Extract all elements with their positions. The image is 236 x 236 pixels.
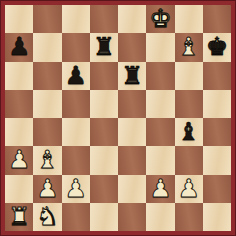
square-e2[interactable] (118, 175, 146, 203)
square-c8[interactable] (62, 5, 90, 33)
square-d4[interactable] (90, 118, 118, 146)
square-d5[interactable] (90, 90, 118, 118)
square-c3[interactable] (62, 146, 90, 174)
square-b7[interactable] (33, 33, 61, 61)
piece-white-pawn[interactable]: ♟ (36, 175, 58, 203)
square-a4[interactable] (5, 118, 33, 146)
piece-black-rook[interactable]: ♜ (93, 33, 115, 61)
piece-white-bishop[interactable]: ♝ (177, 33, 199, 61)
piece-white-pawn[interactable]: ♟ (64, 175, 86, 203)
square-g1[interactable] (175, 203, 203, 231)
square-f5[interactable] (146, 90, 174, 118)
square-e7[interactable] (118, 33, 146, 61)
piece-white-pawn[interactable]: ♟ (177, 175, 199, 203)
square-d7[interactable]: ♜ (90, 33, 118, 61)
square-c1[interactable] (62, 203, 90, 231)
square-a6[interactable] (5, 62, 33, 90)
chess-board: ♚♟♜♝♚♟♜♝♟♝♟♟♟♟♜♞ (5, 5, 231, 231)
square-f3[interactable] (146, 146, 174, 174)
piece-black-bishop[interactable]: ♝ (177, 118, 199, 146)
square-g2[interactable]: ♟ (175, 175, 203, 203)
square-b3[interactable]: ♝ (33, 146, 61, 174)
piece-white-pawn[interactable]: ♟ (8, 146, 30, 174)
square-c4[interactable] (62, 118, 90, 146)
square-h4[interactable] (203, 118, 231, 146)
square-d2[interactable] (90, 175, 118, 203)
piece-white-knight[interactable]: ♞ (36, 203, 58, 231)
square-c2[interactable]: ♟ (62, 175, 90, 203)
square-b6[interactable] (33, 62, 61, 90)
piece-white-rook[interactable]: ♜ (8, 203, 30, 231)
square-e5[interactable] (118, 90, 146, 118)
square-a1[interactable]: ♜ (5, 203, 33, 231)
square-f2[interactable]: ♟ (146, 175, 174, 203)
square-d8[interactable] (90, 5, 118, 33)
square-a3[interactable]: ♟ (5, 146, 33, 174)
square-h1[interactable] (203, 203, 231, 231)
piece-white-king[interactable]: ♚ (149, 5, 171, 33)
square-g6[interactable] (175, 62, 203, 90)
square-f4[interactable] (146, 118, 174, 146)
square-h2[interactable] (203, 175, 231, 203)
piece-black-pawn[interactable]: ♟ (64, 62, 86, 90)
square-h3[interactable] (203, 146, 231, 174)
square-a5[interactable] (5, 90, 33, 118)
square-c5[interactable] (62, 90, 90, 118)
square-h5[interactable] (203, 90, 231, 118)
piece-white-pawn[interactable]: ♟ (149, 175, 171, 203)
square-h8[interactable] (203, 5, 231, 33)
square-e4[interactable] (118, 118, 146, 146)
square-h6[interactable] (203, 62, 231, 90)
square-b8[interactable] (33, 5, 61, 33)
square-e3[interactable] (118, 146, 146, 174)
square-g8[interactable] (175, 5, 203, 33)
chess-board-frame: ♚♟♜♝♚♟♜♝♟♝♟♟♟♟♜♞ (0, 0, 236, 236)
square-g4[interactable]: ♝ (175, 118, 203, 146)
square-g5[interactable] (175, 90, 203, 118)
square-c6[interactable]: ♟ (62, 62, 90, 90)
square-e6[interactable]: ♜ (118, 62, 146, 90)
square-d1[interactable] (90, 203, 118, 231)
square-g3[interactable] (175, 146, 203, 174)
square-b2[interactable]: ♟ (33, 175, 61, 203)
square-e8[interactable] (118, 5, 146, 33)
square-f6[interactable] (146, 62, 174, 90)
piece-white-bishop[interactable]: ♝ (36, 146, 58, 174)
square-e1[interactable] (118, 203, 146, 231)
square-b5[interactable] (33, 90, 61, 118)
piece-black-king[interactable]: ♚ (206, 33, 228, 61)
square-h7[interactable]: ♚ (203, 33, 231, 61)
piece-black-rook[interactable]: ♜ (121, 62, 143, 90)
piece-black-pawn[interactable]: ♟ (8, 33, 30, 61)
square-b4[interactable] (33, 118, 61, 146)
square-f8[interactable]: ♚ (146, 5, 174, 33)
square-c7[interactable] (62, 33, 90, 61)
square-b1[interactable]: ♞ (33, 203, 61, 231)
square-f7[interactable] (146, 33, 174, 61)
square-d6[interactable] (90, 62, 118, 90)
square-a8[interactable] (5, 5, 33, 33)
square-g7[interactable]: ♝ (175, 33, 203, 61)
square-f1[interactable] (146, 203, 174, 231)
square-a7[interactable]: ♟ (5, 33, 33, 61)
square-d3[interactable] (90, 146, 118, 174)
square-a2[interactable] (5, 175, 33, 203)
